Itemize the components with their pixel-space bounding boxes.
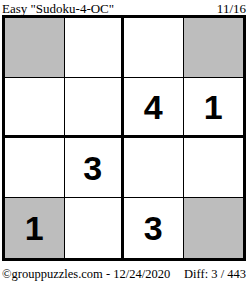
copyright-text: ©grouppuzzles.com - 12/24/2020 <box>2 267 170 282</box>
difficulty-text: Diff: 3 / 443 <box>184 267 246 282</box>
cell-r3c2-given: 3 <box>124 198 184 258</box>
cell-r2c3[interactable] <box>184 138 244 198</box>
cell-r1c1[interactable] <box>65 78 125 138</box>
cell-r2c1-given: 3 <box>65 138 125 198</box>
cell-r0c1[interactable] <box>65 18 125 78</box>
cell-r1c2-given: 4 <box>124 78 184 138</box>
cell-r0c3[interactable] <box>184 18 244 78</box>
cell-r3c1[interactable] <box>65 198 125 258</box>
cell-r2c2[interactable] <box>124 138 184 198</box>
cell-r0c0[interactable] <box>5 18 65 78</box>
page-number: 11/16 <box>217 1 246 17</box>
cell-r1c3-given: 1 <box>184 78 244 138</box>
page-header: Easy "Sudoku-4-OC" 11/16 <box>0 0 248 15</box>
cell-r0c2[interactable] <box>124 18 184 78</box>
cell-r1c0[interactable] <box>5 78 65 138</box>
sudoku-board: 4 1 3 1 3 <box>2 15 246 261</box>
page-footer: ©grouppuzzles.com - 12/24/2020 Diff: 3 /… <box>0 267 248 282</box>
cell-r2c0[interactable] <box>5 138 65 198</box>
cell-r3c0-given: 1 <box>5 198 65 258</box>
cell-r3c3[interactable] <box>184 198 244 258</box>
puzzle-title: Easy "Sudoku-4-OC" <box>2 1 114 17</box>
